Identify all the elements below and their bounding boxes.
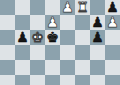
square-h4[interactable] [105,45,120,60]
square-d2[interactable] [45,75,60,85]
square-b7[interactable] [15,0,30,15]
square-f3[interactable] [75,60,90,75]
black-pawn[interactable]: ♟ [16,30,29,45]
square-a7[interactable] [0,0,15,15]
square-f2[interactable] [75,75,90,85]
square-g2[interactable] [90,75,105,85]
square-a4[interactable] [0,45,15,60]
square-c7[interactable] [30,0,45,15]
black-king[interactable]: ♚ [46,30,59,45]
square-a2[interactable] [0,75,15,85]
square-d3[interactable] [45,60,60,75]
black-pawn[interactable]: ♟ [91,15,104,30]
square-h6[interactable]: ♟ [105,15,120,30]
white-pawn[interactable]: ♟ [106,15,119,30]
square-f7[interactable]: ♜ [75,0,90,15]
square-a3[interactable] [0,60,15,75]
white-pawn[interactable]: ♟ [61,0,74,15]
white-rook[interactable]: ♜ [76,0,89,15]
square-c3[interactable] [30,60,45,75]
square-c6[interactable] [30,15,45,30]
square-c4[interactable] [30,45,45,60]
square-e5[interactable] [60,30,75,45]
square-e2[interactable] [60,75,75,85]
square-f4[interactable] [75,45,90,60]
white-pawn[interactable]: ♟ [46,15,59,30]
square-h5[interactable] [105,30,120,45]
square-e7[interactable]: ♟ [60,0,75,15]
white-king[interactable]: ♚ [31,30,44,45]
square-h3[interactable] [105,60,120,75]
square-d7[interactable] [45,0,60,15]
square-g5[interactable]: ♟ [90,30,105,45]
chessboard: ♟♜♟♟♟♟♟♚♚♟ [0,0,120,85]
black-pawn[interactable]: ♟ [91,30,104,45]
square-a5[interactable] [0,30,15,45]
square-f6[interactable] [75,15,90,30]
square-a6[interactable] [0,15,15,30]
chessboard-viewport: ♟♜♟♟♟♟♟♚♚♟ [0,0,120,85]
square-d6[interactable]: ♟ [45,15,60,30]
black-pawn[interactable]: ♟ [106,0,119,15]
square-b3[interactable] [15,60,30,75]
square-e3[interactable] [60,60,75,75]
square-c2[interactable] [30,75,45,85]
square-g6[interactable]: ♟ [90,15,105,30]
square-b2[interactable] [15,75,30,85]
square-d5[interactable]: ♚ [45,30,60,45]
square-g4[interactable] [90,45,105,60]
square-b4[interactable] [15,45,30,60]
square-e4[interactable] [60,45,75,60]
square-h2[interactable] [105,75,120,85]
square-g3[interactable] [90,60,105,75]
square-f5[interactable] [75,30,90,45]
square-b6[interactable] [15,15,30,30]
square-g7[interactable] [90,0,105,15]
square-e6[interactable] [60,15,75,30]
square-h7[interactable]: ♟ [105,0,120,15]
square-b5[interactable]: ♟ [15,30,30,45]
square-c5[interactable]: ♚ [30,30,45,45]
square-d4[interactable] [45,45,60,60]
